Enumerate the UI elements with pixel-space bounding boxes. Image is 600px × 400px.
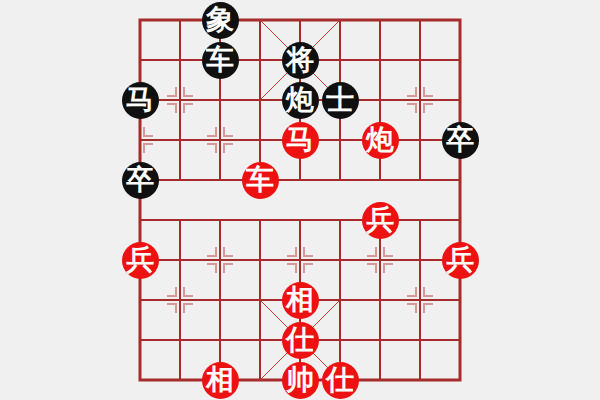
piece-red-cannon[interactable]: 炮 — [362, 122, 399, 159]
piece-red-soldier[interactable]: 兵 — [122, 242, 159, 279]
piece-red-advisor[interactable]: 仕 — [282, 322, 319, 359]
piece-red-elephant[interactable]: 相 — [202, 362, 239, 399]
piece-red-soldier[interactable]: 兵 — [362, 202, 399, 239]
piece-black-soldier[interactable]: 卒 — [442, 122, 479, 159]
piece-red-elephant[interactable]: 相 — [282, 282, 319, 319]
piece-red-horse[interactable]: 马 — [282, 122, 319, 159]
piece-black-general[interactable]: 将 — [282, 42, 319, 79]
piece-black-cannon[interactable]: 炮 — [282, 82, 319, 119]
piece-red-soldier[interactable]: 兵 — [442, 242, 479, 279]
piece-black-advisor[interactable]: 士 — [322, 82, 359, 119]
piece-black-elephant[interactable]: 象 — [202, 2, 239, 39]
piece-red-general[interactable]: 帅 — [282, 362, 319, 399]
piece-red-chariot[interactable]: 车 — [242, 162, 279, 199]
xiangqi-app: 象车将马炮士马炮卒卒车兵兵兵相仕相帅仕 — [0, 0, 600, 400]
piece-black-horse[interactable]: 马 — [122, 82, 159, 119]
xiangqi-board: 象车将马炮士马炮卒卒车兵兵兵相仕相帅仕 — [120, 0, 480, 400]
piece-red-advisor[interactable]: 仕 — [322, 362, 359, 399]
piece-black-chariot[interactable]: 车 — [202, 42, 239, 79]
piece-black-soldier[interactable]: 卒 — [122, 162, 159, 199]
